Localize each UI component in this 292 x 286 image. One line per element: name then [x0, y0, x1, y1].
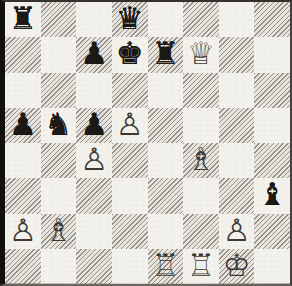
square-f6[interactable]: [183, 73, 219, 108]
white-queen-f7[interactable]: ♕: [187, 38, 215, 69]
square-g2[interactable]: ♙: [219, 214, 255, 249]
square-b3[interactable]: [41, 178, 77, 213]
square-h3[interactable]: ♝: [254, 178, 290, 213]
board-frame: ♜♛♟♚♜♕♟♞♟♙♙♗♝♙♗♙♖♖♔: [0, 0, 292, 286]
square-e6[interactable]: [148, 73, 184, 108]
square-e7[interactable]: ♜: [148, 37, 184, 72]
square-e3[interactable]: [148, 178, 184, 213]
square-f5[interactable]: [183, 108, 219, 143]
square-e4[interactable]: [148, 143, 184, 178]
square-f8[interactable]: [183, 2, 219, 37]
square-g1[interactable]: ♔: [219, 249, 255, 284]
square-c5[interactable]: ♟: [76, 108, 112, 143]
white-pawn-a2[interactable]: ♙: [9, 215, 37, 246]
square-b8[interactable]: [41, 2, 77, 37]
chess-board: ♜♛♟♚♜♕♟♞♟♙♙♗♝♙♗♙♖♖♔: [5, 2, 290, 284]
square-d4[interactable]: [112, 143, 148, 178]
white-rook-e1[interactable]: ♖: [151, 250, 179, 281]
square-e2[interactable]: [148, 214, 184, 249]
square-h4[interactable]: [254, 143, 290, 178]
square-a3[interactable]: [5, 178, 41, 213]
square-c8[interactable]: [76, 2, 112, 37]
square-h2[interactable]: [254, 214, 290, 249]
square-f7[interactable]: ♕: [183, 37, 219, 72]
square-e8[interactable]: [148, 2, 184, 37]
square-c1[interactable]: [76, 249, 112, 284]
square-d3[interactable]: [112, 178, 148, 213]
square-g6[interactable]: [219, 73, 255, 108]
square-a7[interactable]: [5, 37, 41, 72]
square-g3[interactable]: [219, 178, 255, 213]
square-c6[interactable]: [76, 73, 112, 108]
square-h8[interactable]: [254, 2, 290, 37]
square-d1[interactable]: [112, 249, 148, 284]
black-king-d7[interactable]: ♚: [116, 38, 144, 69]
black-queen-d8[interactable]: ♛: [116, 3, 144, 34]
square-c4[interactable]: ♙: [76, 143, 112, 178]
square-a2[interactable]: ♙: [5, 214, 41, 249]
square-d5[interactable]: ♙: [112, 108, 148, 143]
white-pawn-c4[interactable]: ♙: [80, 144, 108, 175]
square-a4[interactable]: [5, 143, 41, 178]
white-king-g1[interactable]: ♔: [223, 250, 251, 281]
square-c3[interactable]: [76, 178, 112, 213]
white-bishop-f4[interactable]: ♗: [187, 144, 215, 175]
square-g8[interactable]: [219, 2, 255, 37]
square-d7[interactable]: ♚: [112, 37, 148, 72]
square-h7[interactable]: [254, 37, 290, 72]
square-f4[interactable]: ♗: [183, 143, 219, 178]
square-b1[interactable]: [41, 249, 77, 284]
black-rook-e7[interactable]: ♜: [151, 38, 179, 69]
square-b5[interactable]: ♞: [41, 108, 77, 143]
square-h5[interactable]: [254, 108, 290, 143]
square-g7[interactable]: [219, 37, 255, 72]
white-pawn-d5[interactable]: ♙: [116, 109, 144, 140]
square-f1[interactable]: ♖: [183, 249, 219, 284]
square-h1[interactable]: [254, 249, 290, 284]
square-c2[interactable]: [76, 214, 112, 249]
black-rook-a8[interactable]: ♜: [9, 3, 37, 34]
square-d8[interactable]: ♛: [112, 2, 148, 37]
black-pawn-c7[interactable]: ♟: [80, 38, 108, 69]
square-f2[interactable]: [183, 214, 219, 249]
black-pawn-c5[interactable]: ♟: [80, 109, 108, 140]
square-e1[interactable]: ♖: [148, 249, 184, 284]
scanned-chess-diagram: ♜♛♟♚♜♕♟♞♟♙♙♗♝♙♗♙♖♖♔: [0, 0, 292, 286]
black-knight-b5[interactable]: ♞: [45, 109, 73, 140]
square-c7[interactable]: ♟: [76, 37, 112, 72]
square-g5[interactable]: [219, 108, 255, 143]
square-b7[interactable]: [41, 37, 77, 72]
square-b6[interactable]: [41, 73, 77, 108]
square-a5[interactable]: ♟: [5, 108, 41, 143]
white-rook-f1[interactable]: ♖: [187, 250, 215, 281]
square-f3[interactable]: [183, 178, 219, 213]
square-a1[interactable]: [5, 249, 41, 284]
square-a6[interactable]: [5, 73, 41, 108]
square-d2[interactable]: [112, 214, 148, 249]
square-b4[interactable]: [41, 143, 77, 178]
black-bishop-h3[interactable]: ♝: [258, 179, 286, 210]
square-h6[interactable]: [254, 73, 290, 108]
square-e5[interactable]: [148, 108, 184, 143]
square-a8[interactable]: ♜: [5, 2, 41, 37]
square-d6[interactable]: [112, 73, 148, 108]
white-bishop-b2[interactable]: ♗: [45, 215, 73, 246]
square-g4[interactable]: [219, 143, 255, 178]
square-b2[interactable]: ♗: [41, 214, 77, 249]
white-pawn-g2[interactable]: ♙: [223, 215, 251, 246]
black-pawn-a5[interactable]: ♟: [9, 109, 37, 140]
